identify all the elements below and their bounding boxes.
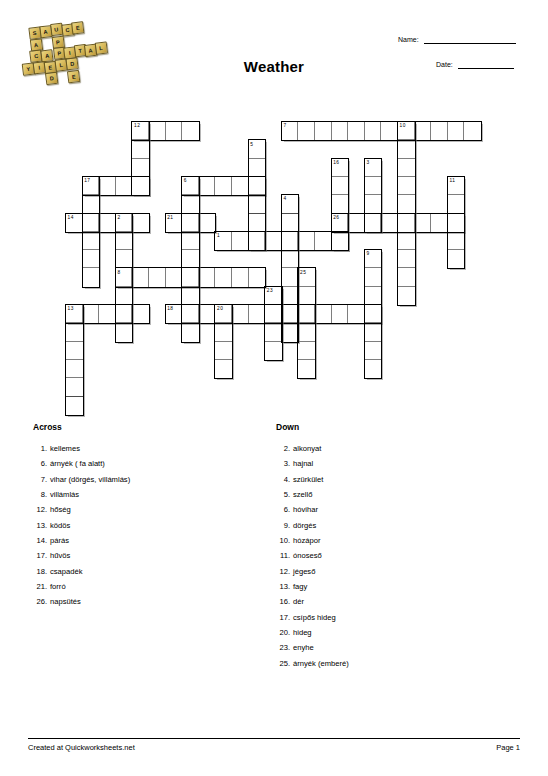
clue-text: árnyék (emberé) (293, 659, 349, 668)
down-clue-list: 2.alkonyat3.hajnal4.szürkület5.szellő6.h… (276, 441, 349, 671)
across-heading: Across (33, 422, 130, 432)
clue-number: 12. (33, 502, 47, 517)
letter-tile: E (71, 21, 84, 34)
clue-number-label: 7 (283, 123, 286, 128)
clue-number: 26. (33, 594, 47, 609)
clue-number: 10. (276, 533, 290, 548)
clue-number-label: 12 (134, 123, 140, 128)
down-word-outline (364, 158, 383, 233)
clue-item: 12.jégeső (276, 564, 349, 579)
clue-number-label: 4 (283, 196, 286, 201)
clue-number-label: 13 (68, 306, 74, 311)
letter-tile: L (94, 42, 107, 55)
clue-number-label: 3 (366, 160, 369, 165)
name-blank-line[interactable] (424, 33, 516, 44)
clue-number: 3. (276, 456, 290, 471)
clue-item: 23.enyhe (276, 640, 349, 655)
clue-item: 6.hóvihar (276, 502, 349, 517)
clue-item: 10.hózápor (276, 533, 349, 548)
clue-number: 16. (276, 594, 290, 609)
footer: Created at Quickworksheets.net Page 1 (28, 743, 520, 752)
clue-number: 13. (33, 518, 47, 533)
clue-text: fagy (293, 582, 307, 591)
across-word-outline (281, 121, 482, 141)
clue-number: 7. (33, 472, 47, 487)
clue-item: 16.dér (276, 594, 349, 609)
name-label: Name: (398, 36, 419, 43)
clue-text: csípős hideg (293, 613, 336, 622)
clue-number: 12. (276, 564, 290, 579)
clue-text: hóvihar (293, 505, 318, 514)
clue-number: 17. (276, 610, 290, 625)
clue-number-label: 25 (300, 270, 306, 275)
clue-item: 8.villámlás (33, 487, 130, 502)
clue-text: kellemes (50, 444, 80, 453)
clue-text: szellő (293, 490, 312, 499)
clue-number: 23. (276, 640, 290, 655)
clue-text: hűvös (50, 551, 70, 560)
clue-number: 11. (276, 548, 290, 563)
clue-item: 14.párás (33, 533, 130, 548)
clue-item: 4.szürkület (276, 472, 349, 487)
clue-text: jégeső (293, 567, 315, 576)
down-word-outline (82, 176, 101, 288)
clue-item: 17.csípős hideg (276, 610, 349, 625)
clue-item: 5.szellő (276, 487, 349, 502)
down-word-outline (65, 304, 84, 416)
down-word-outline (397, 121, 416, 306)
clue-number: 17. (33, 548, 47, 563)
footer-divider (28, 738, 520, 739)
date-label: Date: (436, 61, 453, 68)
clue-text: napsütés (50, 597, 81, 606)
clue-number: 4. (276, 472, 290, 487)
clue-item: 18.csapadék (33, 564, 130, 579)
clue-item: 21.forró (33, 579, 130, 594)
clue-item: 17.hűvös (33, 548, 130, 563)
clue-number: 9. (276, 518, 290, 533)
clue-item: 1.kellemes (33, 441, 130, 456)
down-word-outline (131, 121, 150, 196)
clue-number-label: 17 (84, 178, 90, 183)
clue-number: 1. (33, 441, 47, 456)
clue-text: árnyék ( fa alatt) (50, 459, 105, 468)
clue-number-label: 6 (184, 178, 187, 183)
clue-item: 6.árnyék ( fa alatt) (33, 456, 130, 471)
down-word-outline (447, 176, 466, 270)
clue-text: hőség (50, 505, 71, 514)
footer-page-number: Page 1 (496, 743, 520, 752)
clue-number-label: 21 (167, 215, 173, 220)
clue-text: szürkület (293, 475, 323, 484)
clue-number-label: 18 (167, 306, 173, 311)
clue-item: 9.dörgés (276, 518, 349, 533)
down-word-outline (115, 213, 134, 343)
down-word-outline (248, 139, 267, 251)
clue-item: 12.hőség (33, 502, 130, 517)
clue-number: 20. (276, 625, 290, 640)
clue-text: alkonyat (293, 444, 321, 453)
clue-text: enyhe (293, 643, 314, 652)
down-clues-section: Down 2.alkonyat3.hajnal4.szürkület5.szel… (276, 422, 349, 671)
clue-text: vihar (dörgés, villámlás) (50, 475, 130, 484)
clue-number-label: 11 (449, 178, 455, 183)
clue-item: 13.fagy (276, 579, 349, 594)
clue-item: 13.ködös (33, 518, 130, 533)
clue-number: 13. (276, 579, 290, 594)
clue-number: 2. (276, 441, 290, 456)
clue-number: 14. (33, 533, 47, 548)
down-heading: Down (276, 422, 349, 432)
clue-text: csapadék (50, 567, 83, 576)
across-clues-section: Across 1.kellemes6.árnyék ( fa alatt)7.v… (33, 422, 130, 610)
clue-text: villámlás (50, 490, 79, 499)
clue-item: 3.hajnal (276, 456, 349, 471)
clue-text: párás (50, 536, 69, 545)
clue-number-label: 2 (117, 215, 120, 220)
crossword-grid[interactable]: 12710516317611414221261982523131820 (66, 122, 482, 415)
clue-text: ködös (50, 521, 70, 530)
clue-number: 25. (276, 656, 290, 671)
clue-number-label: 20 (217, 306, 223, 311)
clue-number-label: 26 (333, 215, 339, 220)
clue-item: 26.napsütés (33, 594, 130, 609)
worksheet-page: SAUCEAPCAPITALYIELDDE Weather Name: Date… (0, 0, 548, 776)
clue-text: hózápor (293, 536, 320, 545)
clue-number-label: 9 (366, 251, 369, 256)
clue-item: 2.alkonyat (276, 441, 349, 456)
clue-item: 25.árnyék (emberé) (276, 656, 349, 671)
clue-number: 6. (33, 456, 47, 471)
clue-text: hajnal (293, 459, 313, 468)
clue-item: 7.vihar (dörgés, villámlás) (33, 472, 130, 487)
down-word-outline (331, 158, 350, 252)
clue-text: ónoseső (293, 551, 322, 560)
clue-number: 6. (276, 502, 290, 517)
clue-item: 20.hideg (276, 625, 349, 640)
clue-text: dörgés (293, 521, 316, 530)
clue-item: 11.ónoseső (276, 548, 349, 563)
clue-number: 5. (276, 487, 290, 502)
clue-number-label: 8 (117, 270, 120, 275)
clue-number-label: 1 (217, 233, 220, 238)
down-word-outline (214, 304, 233, 379)
down-word-outline (364, 249, 383, 379)
clue-text: hideg (293, 628, 312, 637)
clue-number: 8. (33, 487, 47, 502)
clue-text: forró (50, 582, 66, 591)
clue-number-label: 14 (68, 215, 74, 220)
clue-text: dér (293, 597, 304, 606)
clue-number-label: 5 (250, 142, 253, 147)
down-word-outline (181, 176, 200, 343)
clue-number: 18. (33, 564, 47, 579)
date-blank-line[interactable] (458, 58, 514, 69)
clue-number-label: 23 (267, 288, 273, 293)
clue-number: 21. (33, 579, 47, 594)
across-clue-list: 1.kellemes6.árnyék ( fa alatt)7.vihar (d… (33, 441, 130, 610)
down-word-outline (297, 267, 316, 379)
clue-number-label: 16 (333, 160, 339, 165)
clue-number-label: 10 (400, 123, 406, 128)
footer-credit: Created at Quickworksheets.net (28, 743, 135, 752)
across-word-outline (65, 213, 150, 233)
down-word-outline (264, 286, 283, 361)
